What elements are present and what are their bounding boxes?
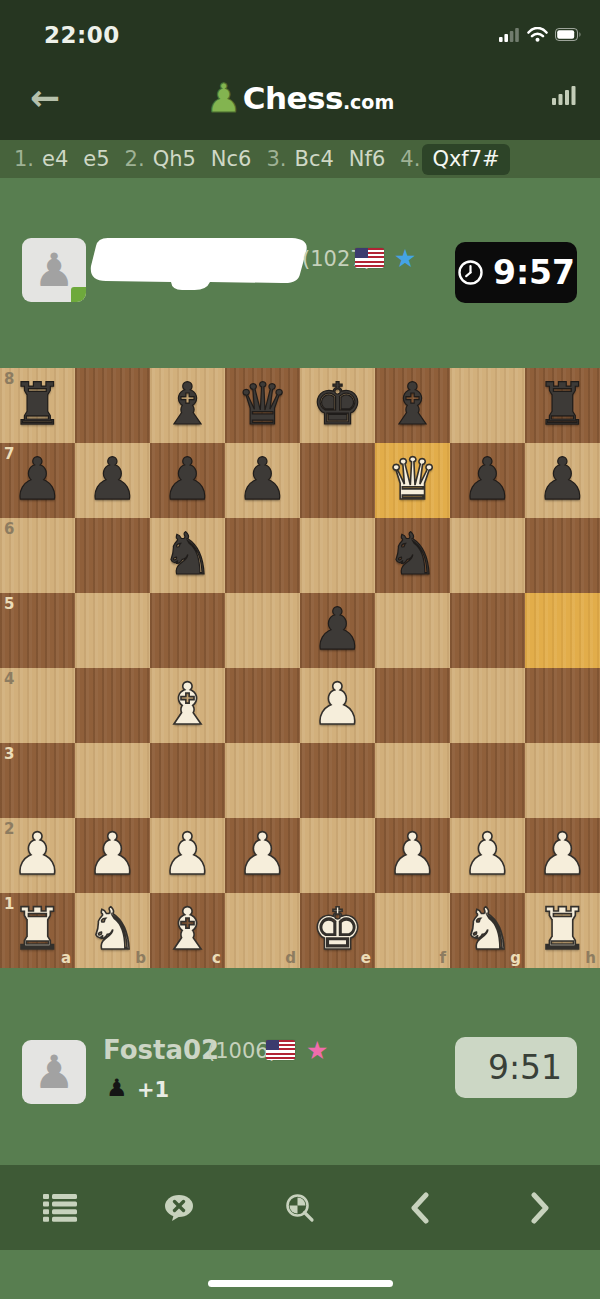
square-b5[interactable] <box>75 593 150 668</box>
piece-white-pawn[interactable]: ♟ <box>525 818 600 893</box>
captured-score: +1 <box>137 1078 169 1102</box>
bottom-player-clock: 9:51 <box>455 1037 577 1098</box>
square-f6[interactable]: ♞ <box>375 518 450 593</box>
move-list: 1.e4e52.Qh5Nc63.Bc4Nf64.Qxf7# <box>0 140 600 178</box>
avatar-pawn-icon: ♟ <box>33 1040 74 1104</box>
piece-black-pawn[interactable]: ♟ <box>450 443 525 518</box>
square-b6[interactable] <box>75 518 150 593</box>
piece-white-pawn[interactable]: ♟ <box>300 668 375 743</box>
piece-black-bishop[interactable]: ♝ <box>375 368 450 443</box>
chat-disabled-icon <box>164 1194 196 1222</box>
piece-white-queen[interactable]: ♛ <box>375 443 450 518</box>
bottom-player-flag-icon <box>266 1040 295 1060</box>
square-h7[interactable]: ♟ <box>525 443 600 518</box>
top-player-star-icon: ★ <box>394 246 416 271</box>
chesscom-logo: ♟ Chess .com <box>0 76 600 120</box>
chevron-left-icon <box>410 1192 430 1224</box>
piece-white-pawn[interactable]: ♟ <box>225 818 300 893</box>
top-player-avatar[interactable]: ♟ <box>22 238 86 302</box>
file-label-d: d <box>285 949 296 967</box>
square-b1[interactable]: b♞ <box>75 893 150 968</box>
square-e5[interactable]: ♟ <box>300 593 375 668</box>
top-player-flag-icon <box>355 248 384 268</box>
square-g7[interactable]: ♟ <box>450 443 525 518</box>
piece-white-pawn[interactable]: ♟ <box>150 818 225 893</box>
piece-black-pawn[interactable]: ♟ <box>0 443 75 518</box>
square-b8[interactable] <box>75 368 150 443</box>
online-indicator <box>71 287 86 302</box>
piece-black-knight[interactable]: ♞ <box>150 518 225 593</box>
piece-white-knight[interactable]: ♞ <box>450 893 525 968</box>
square-d7[interactable]: ♟ <box>225 443 300 518</box>
square-f7[interactable]: ♛ <box>375 443 450 518</box>
square-d5[interactable] <box>225 593 300 668</box>
battery-icon <box>555 28 582 41</box>
square-h1[interactable]: h♜ <box>525 893 600 968</box>
piece-black-pawn[interactable]: ♟ <box>525 443 600 518</box>
piece-black-king[interactable]: ♚ <box>300 368 375 443</box>
redacted-username-scribble <box>86 234 314 298</box>
rank-label-4: 4 <box>4 670 14 688</box>
status-time: 22:00 <box>44 22 120 48</box>
bottom-player-avatar[interactable]: ♟ <box>22 1040 86 1104</box>
piece-white-rook[interactable]: ♜ <box>0 893 75 968</box>
move-number[interactable]: 4. <box>400 147 420 171</box>
square-a5[interactable]: 5 <box>0 593 75 668</box>
square-a2[interactable]: 2♟ <box>0 818 75 893</box>
square-h6[interactable] <box>525 518 600 593</box>
move-last[interactable]: Qxf7# <box>422 144 509 175</box>
logo-pawn-icon: ♟ <box>206 76 242 120</box>
square-c3[interactable] <box>150 743 225 818</box>
move-token[interactable]: Nc6 <box>211 147 252 171</box>
square-d1[interactable]: d <box>225 893 300 968</box>
piece-white-bishop[interactable]: ♝ <box>150 668 225 743</box>
top-bar: 22:00 ← ♟ Chess .com <box>0 0 600 140</box>
square-c8[interactable]: ♝ <box>150 368 225 443</box>
logo-text: Chess <box>243 80 343 116</box>
move-token[interactable]: e5 <box>83 147 109 171</box>
next-move-button[interactable] <box>480 1165 600 1250</box>
square-g8[interactable] <box>450 368 525 443</box>
square-d3[interactable] <box>225 743 300 818</box>
piece-white-rook[interactable]: ♜ <box>525 893 600 968</box>
piece-black-queen[interactable]: ♛ <box>225 368 300 443</box>
clock-icon <box>457 259 484 286</box>
bottom-player-name[interactable]: Fosta02 <box>103 1035 219 1065</box>
piece-white-bishop[interactable]: ♝ <box>150 893 225 968</box>
square-g2[interactable]: ♟ <box>450 818 525 893</box>
moves-list-icon <box>43 1194 77 1222</box>
piece-black-rook[interactable]: ♜ <box>0 368 75 443</box>
square-f4[interactable] <box>375 668 450 743</box>
square-d2[interactable]: ♟ <box>225 818 300 893</box>
square-c6[interactable]: ♞ <box>150 518 225 593</box>
moves-list-button[interactable] <box>0 1165 120 1250</box>
chevron-right-icon <box>530 1192 550 1224</box>
square-h5[interactable] <box>525 593 600 668</box>
home-indicator[interactable] <box>208 1280 393 1287</box>
square-d6[interactable] <box>225 518 300 593</box>
square-b7[interactable]: ♟ <box>75 443 150 518</box>
move-token[interactable]: Qh5 <box>153 147 196 171</box>
square-g3[interactable] <box>450 743 525 818</box>
piece-black-pawn[interactable]: ♟ <box>150 443 225 518</box>
square-g4[interactable] <box>450 668 525 743</box>
chess-board: 8♜♝♛♚♝♜7♟♟♟♟♛♟♟6♞♞5♟4♝♟32♟♟♟♟♟♟♟1a♜b♞c♝d… <box>0 368 600 968</box>
square-f5[interactable] <box>375 593 450 668</box>
square-h2[interactable]: ♟ <box>525 818 600 893</box>
square-d4[interactable] <box>225 668 300 743</box>
piece-white-pawn[interactable]: ♟ <box>375 818 450 893</box>
piece-black-pawn[interactable]: ♟ <box>300 593 375 668</box>
captured-pawn-icon: ♟ <box>106 1076 128 1100</box>
rank-label-3: 3 <box>4 745 14 763</box>
square-e8[interactable]: ♚ <box>300 368 375 443</box>
connection-bars-icon[interactable] <box>552 85 576 105</box>
move-token[interactable]: Bc4 <box>295 147 334 171</box>
piece-black-knight[interactable]: ♞ <box>375 518 450 593</box>
square-g1[interactable]: g♞ <box>450 893 525 968</box>
square-a8[interactable]: 8♜ <box>0 368 75 443</box>
rank-label-5: 5 <box>4 595 14 613</box>
square-h8[interactable]: ♜ <box>525 368 600 443</box>
square-d8[interactable]: ♛ <box>225 368 300 443</box>
square-c4[interactable]: ♝ <box>150 668 225 743</box>
square-c1[interactable]: c♝ <box>150 893 225 968</box>
move-token[interactable]: Nf6 <box>349 147 385 171</box>
square-h4[interactable] <box>525 668 600 743</box>
piece-white-pawn[interactable]: ♟ <box>450 818 525 893</box>
square-e2[interactable] <box>300 818 375 893</box>
square-a3[interactable]: 3 <box>0 743 75 818</box>
move-number[interactable]: 3. <box>266 147 286 171</box>
file-label-f: f <box>439 949 446 967</box>
status-icons <box>499 27 582 42</box>
chat-disabled-button[interactable] <box>120 1165 240 1250</box>
wifi-icon <box>527 27 548 42</box>
square-g6[interactable] <box>450 518 525 593</box>
bottom-clock-time: 9:51 <box>488 1048 562 1087</box>
square-a1[interactable]: 1a♜ <box>0 893 75 968</box>
square-b3[interactable] <box>75 743 150 818</box>
piece-black-pawn[interactable]: ♟ <box>225 443 300 518</box>
previous-move-button[interactable] <box>360 1165 480 1250</box>
square-b4[interactable] <box>75 668 150 743</box>
move-number[interactable]: 1. <box>14 147 34 171</box>
square-a7[interactable]: 7♟ <box>0 443 75 518</box>
piece-black-bishop[interactable]: ♝ <box>150 368 225 443</box>
square-f3[interactable] <box>375 743 450 818</box>
square-c2[interactable]: ♟ <box>150 818 225 893</box>
square-f8[interactable]: ♝ <box>375 368 450 443</box>
piece-white-pawn[interactable]: ♟ <box>0 818 75 893</box>
square-a6[interactable]: 6 <box>0 518 75 593</box>
analysis-magnifier-icon <box>285 1193 315 1223</box>
square-b2[interactable]: ♟ <box>75 818 150 893</box>
square-f2[interactable]: ♟ <box>375 818 450 893</box>
analysis-button[interactable] <box>240 1165 360 1250</box>
square-e7[interactable] <box>300 443 375 518</box>
square-e6[interactable] <box>300 518 375 593</box>
piece-black-pawn[interactable]: ♟ <box>75 443 150 518</box>
top-clock-time: 9:57 <box>493 253 575 292</box>
bottom-nav <box>0 1165 600 1250</box>
square-e3[interactable] <box>300 743 375 818</box>
logo-suffix: .com <box>343 91 394 113</box>
move-number[interactable]: 2. <box>125 147 145 171</box>
move-token[interactable]: e4 <box>42 147 68 171</box>
square-c5[interactable] <box>150 593 225 668</box>
piece-black-rook[interactable]: ♜ <box>525 368 600 443</box>
piece-white-knight[interactable]: ♞ <box>75 893 150 968</box>
cellular-signal-icon <box>499 28 520 42</box>
square-e1[interactable]: e♚ <box>300 893 375 968</box>
square-g5[interactable] <box>450 593 525 668</box>
square-e4[interactable]: ♟ <box>300 668 375 743</box>
square-f1[interactable]: f <box>375 893 450 968</box>
avatar-pawn-icon: ♟ <box>33 238 74 302</box>
piece-white-king[interactable]: ♚ <box>300 893 375 968</box>
rank-label-6: 6 <box>4 520 14 538</box>
square-a4[interactable]: 4 <box>0 668 75 743</box>
square-c7[interactable]: ♟ <box>150 443 225 518</box>
square-h3[interactable] <box>525 743 600 818</box>
piece-white-pawn[interactable]: ♟ <box>75 818 150 893</box>
top-player-clock: 9:57 <box>455 242 577 303</box>
bottom-player-star-icon: ★ <box>306 1038 328 1063</box>
